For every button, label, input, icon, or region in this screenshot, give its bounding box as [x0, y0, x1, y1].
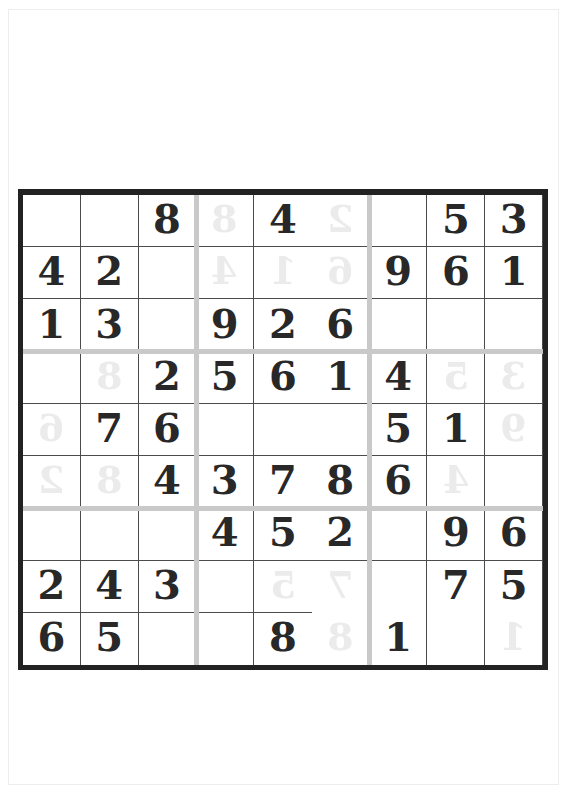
cell-r5c4[interactable] — [196, 404, 254, 456]
cell-r7c6[interactable]: 2 — [312, 508, 370, 560]
cell-r3c2[interactable]: 3 — [81, 299, 139, 351]
ghost-showthrough-digit: 2 — [327, 200, 353, 241]
given-digit: 6 — [500, 512, 528, 555]
cell-r4c5[interactable]: 6 — [254, 352, 312, 404]
given-digit: 8 — [153, 199, 181, 242]
cell-r1c3[interactable]: 8 — [139, 195, 197, 247]
cell-r1c4[interactable]: 8 — [196, 195, 254, 247]
cell-r2c7[interactable]: 9 — [370, 247, 428, 299]
given-digit: 9 — [211, 304, 239, 347]
cell-r4c7[interactable]: 4 — [370, 352, 428, 404]
given-digit: 6 — [37, 617, 65, 660]
sudoku-board: 8842534241696113926825614536765192843786… — [18, 189, 548, 670]
cell-r5c8[interactable]: 1 — [427, 404, 485, 456]
ghost-showthrough-digit: 9 — [500, 409, 526, 450]
given-digit: 4 — [211, 512, 239, 555]
cell-r2c3[interactable] — [139, 247, 197, 299]
sudoku-grid: 8842534241696113926825614536765192843786… — [23, 195, 543, 665]
cell-r2c4[interactable]: 4 — [196, 247, 254, 299]
given-digit: 1 — [500, 251, 528, 294]
box-separator-vertical-2 — [367, 195, 372, 665]
ghost-showthrough-digit: 7 — [327, 566, 353, 607]
ghost-showthrough-digit: 2 — [38, 461, 64, 502]
cell-r9c5[interactable]: 8 — [254, 613, 312, 665]
given-digit: 1 — [442, 408, 470, 451]
cell-r6c8[interactable]: 4 — [427, 456, 485, 508]
cell-r5c5[interactable] — [254, 404, 312, 456]
cell-r8c7[interactable] — [370, 561, 428, 613]
cell-r9c3[interactable] — [139, 613, 197, 665]
cell-r6c5[interactable]: 7 — [254, 456, 312, 508]
cell-r3c6[interactable]: 6 — [312, 299, 370, 351]
cell-r2c9[interactable]: 1 — [485, 247, 543, 299]
given-digit: 4 — [269, 199, 297, 242]
cell-r3c9[interactable] — [485, 299, 543, 351]
given-digit: 2 — [326, 512, 354, 555]
cell-r8c1[interactable]: 2 — [23, 561, 81, 613]
cell-r8c8[interactable]: 7 — [427, 561, 485, 613]
given-digit: 4 — [153, 460, 181, 503]
given-digit: 7 — [95, 408, 123, 451]
cell-r1c2[interactable] — [81, 195, 139, 247]
given-digit: 6 — [326, 304, 354, 347]
cell-r9c9[interactable]: 1 — [485, 613, 543, 665]
cell-r7c4[interactable]: 4 — [196, 508, 254, 560]
cell-r2c5[interactable]: 1 — [254, 247, 312, 299]
cell-r6c4[interactable]: 3 — [196, 456, 254, 508]
given-digit: 6 — [269, 356, 297, 399]
ghost-showthrough-digit: 5 — [443, 357, 469, 398]
given-digit: 2 — [37, 565, 65, 608]
cell-r6c9[interactable] — [485, 456, 543, 508]
given-digit: 4 — [384, 356, 412, 399]
cell-r7c1[interactable] — [23, 508, 81, 560]
box-separator-horizontal-2 — [23, 506, 543, 511]
cell-r7c3[interactable] — [139, 508, 197, 560]
cell-r5c7[interactable]: 5 — [370, 404, 428, 456]
given-digit: 4 — [95, 565, 123, 608]
ghost-showthrough-digit: 8 — [327, 618, 353, 659]
cell-r4c4[interactable]: 5 — [196, 352, 254, 404]
cell-r1c9[interactable]: 3 — [485, 195, 543, 247]
given-digit: 7 — [269, 460, 297, 503]
given-digit: 5 — [384, 408, 412, 451]
cell-r8c6[interactable]: 7 — [312, 561, 370, 613]
cell-r8c5[interactable]: 5 — [254, 561, 312, 613]
cell-r9c1[interactable]: 6 — [23, 613, 81, 665]
cell-r6c6[interactable]: 8 — [312, 456, 370, 508]
given-digit: 6 — [153, 408, 181, 451]
given-digit: 5 — [95, 617, 123, 660]
cell-r8c4[interactable] — [196, 561, 254, 613]
puzzle-page: 8842534241696113926825614536765192843786… — [0, 0, 567, 794]
cell-r3c5[interactable]: 2 — [254, 299, 312, 351]
given-digit: 5 — [269, 512, 297, 555]
given-digit: 1 — [384, 617, 412, 660]
cell-r7c7[interactable] — [370, 508, 428, 560]
cell-r1c1[interactable] — [23, 195, 81, 247]
cell-r9c8[interactable] — [427, 613, 485, 665]
ghost-showthrough-digit: 4 — [211, 252, 237, 293]
given-digit: 3 — [500, 199, 528, 242]
cell-r3c4[interactable]: 9 — [196, 299, 254, 351]
cell-r3c1[interactable]: 1 — [23, 299, 81, 351]
cell-r7c5[interactable]: 5 — [254, 508, 312, 560]
cell-r2c2[interactable]: 2 — [81, 247, 139, 299]
cell-r1c5[interactable]: 4 — [254, 195, 312, 247]
given-digit: 1 — [326, 356, 354, 399]
given-digit: 5 — [211, 356, 239, 399]
ghost-showthrough-digit: 6 — [38, 409, 64, 450]
ghost-showthrough-digit: 6 — [327, 252, 353, 293]
cell-r6c7[interactable]: 6 — [370, 456, 428, 508]
ghost-showthrough-digit: 1 — [270, 252, 296, 293]
given-digit: 2 — [153, 356, 181, 399]
given-digit: 7 — [442, 565, 470, 608]
cell-r8c2[interactable]: 4 — [81, 561, 139, 613]
cell-r5c1[interactable]: 6 — [23, 404, 81, 456]
cell-r2c8[interactable]: 6 — [427, 247, 485, 299]
cell-r4c6[interactable]: 1 — [312, 352, 370, 404]
cell-r4c8[interactable]: 5 — [427, 352, 485, 404]
ghost-showthrough-digit: 8 — [96, 461, 122, 502]
cell-r9c4[interactable] — [196, 613, 254, 665]
cell-r5c9[interactable]: 9 — [485, 404, 543, 456]
given-digit: 8 — [269, 617, 297, 660]
cell-r3c3[interactable] — [139, 299, 197, 351]
cell-r7c2[interactable] — [81, 508, 139, 560]
given-digit: 1 — [37, 304, 65, 347]
cell-r5c2[interactable]: 7 — [81, 404, 139, 456]
given-digit: 2 — [269, 304, 297, 347]
given-digit: 3 — [211, 460, 239, 503]
box-separator-vertical-1 — [194, 195, 199, 665]
cell-r4c3[interactable]: 2 — [139, 352, 197, 404]
cell-r4c2[interactable]: 8 — [81, 352, 139, 404]
ghost-showthrough-digit: 3 — [500, 357, 526, 398]
given-digit: 9 — [384, 251, 412, 294]
ghost-showthrough-digit: 1 — [500, 618, 526, 659]
cell-r6c3[interactable]: 4 — [139, 456, 197, 508]
ghost-showthrough-digit: 4 — [443, 461, 469, 502]
cell-r1c8[interactable]: 5 — [427, 195, 485, 247]
given-digit: 5 — [442, 199, 470, 242]
cell-r1c6[interactable]: 2 — [312, 195, 370, 247]
cell-r9c2[interactable]: 5 — [81, 613, 139, 665]
cell-r4c9[interactable]: 3 — [485, 352, 543, 404]
cell-r2c1[interactable]: 4 — [23, 247, 81, 299]
given-digit: 3 — [153, 565, 181, 608]
cell-r7c8[interactable]: 9 — [427, 508, 485, 560]
given-digit: 4 — [37, 251, 65, 294]
cell-r9c7[interactable]: 1 — [370, 613, 428, 665]
cell-r1c7[interactable] — [370, 195, 428, 247]
cell-r4c1[interactable] — [23, 352, 81, 404]
cell-r3c8[interactable] — [427, 299, 485, 351]
given-digit: 6 — [442, 251, 470, 294]
given-digit: 6 — [384, 460, 412, 503]
given-digit: 9 — [442, 512, 470, 555]
cell-r3c7[interactable] — [370, 299, 428, 351]
cell-r9c6[interactable]: 8 — [312, 613, 370, 665]
cell-r6c1[interactable]: 2 — [23, 456, 81, 508]
box-separator-horizontal-1 — [23, 349, 543, 354]
given-digit: 5 — [500, 565, 528, 608]
cell-r5c6[interactable] — [312, 404, 370, 456]
ghost-showthrough-digit: 8 — [211, 200, 237, 241]
given-digit: 8 — [326, 460, 354, 503]
given-digit: 3 — [95, 304, 123, 347]
ghost-showthrough-digit: 8 — [96, 357, 122, 398]
ghost-showthrough-digit: 5 — [270, 566, 296, 607]
cell-r5c3[interactable]: 6 — [139, 404, 197, 456]
cell-r8c9[interactable]: 5 — [485, 561, 543, 613]
given-digit: 2 — [95, 251, 123, 294]
cell-r8c3[interactable]: 3 — [139, 561, 197, 613]
cell-r6c2[interactable]: 8 — [81, 456, 139, 508]
cell-r2c6[interactable]: 6 — [312, 247, 370, 299]
cell-r7c9[interactable]: 6 — [485, 508, 543, 560]
